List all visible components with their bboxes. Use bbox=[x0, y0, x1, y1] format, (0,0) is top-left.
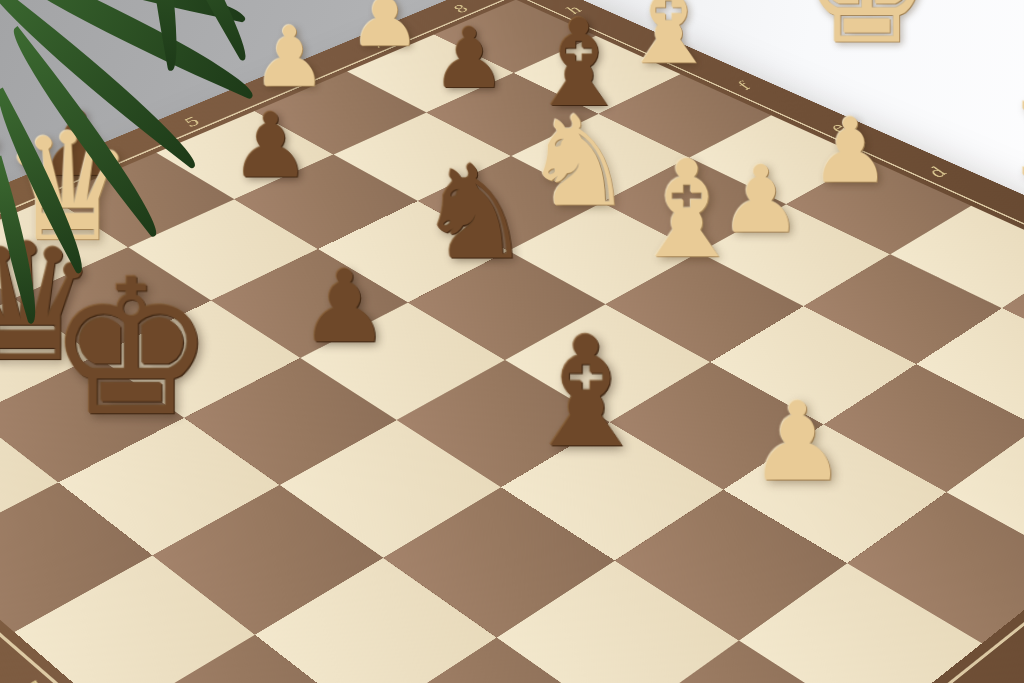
dark-knight-e4[interactable]: ♞ bbox=[416, 149, 532, 278]
light-knight-e5[interactable]: ♞ bbox=[522, 100, 634, 225]
light-pawn-d7[interactable]: ♟ bbox=[809, 106, 889, 196]
label-file-d-rank8-side: d bbox=[920, 165, 951, 180]
label-file-f-rank8-side: f bbox=[730, 80, 755, 91]
light-rook-c8[interactable]: ♜ bbox=[1005, 91, 1024, 191]
dark-king-e1[interactable]: ♚ bbox=[47, 254, 215, 442]
label-rank-5-h-side: 5 bbox=[176, 115, 204, 129]
dark-bishop-c3[interactable]: ♝ bbox=[517, 316, 654, 469]
dark-pawn-g4[interactable]: ♟ bbox=[230, 101, 310, 190]
dark-pawn-e3[interactable]: ♟ bbox=[299, 257, 389, 357]
light-bishop-d5[interactable]: ♝ bbox=[626, 142, 747, 277]
dark-pawn-g6[interactable]: ♟ bbox=[431, 17, 506, 100]
light-pawn-h6[interactable]: ♟ bbox=[348, 0, 420, 58]
light-pawn-b4[interactable]: ♟ bbox=[748, 388, 846, 497]
light-king-e8[interactable]: ♚ bbox=[802, 0, 931, 64]
scene: ♜♟♟♟♜♛♟♟♛♝♝♚♟♞♞♚♝♟♟♝♜♟ 11hh22gg33ff44ee5… bbox=[0, 0, 1024, 683]
label-file-d-rank1-side: d bbox=[12, 678, 51, 683]
